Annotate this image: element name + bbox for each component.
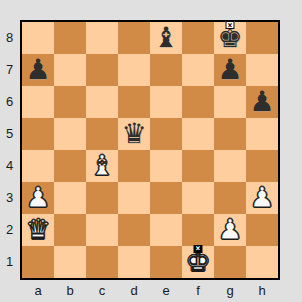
square-g7[interactable]: ♟ [214,54,246,86]
square-c1[interactable] [86,246,118,278]
file-label-a: a [22,282,54,300]
square-g8[interactable]: ♚× [214,22,246,54]
square-e2[interactable] [150,214,182,246]
rank-label-2: 2 [0,214,19,246]
square-b5[interactable] [54,118,86,150]
square-c2[interactable] [86,214,118,246]
rank-label-4: 4 [0,150,19,182]
square-f4[interactable] [182,150,214,182]
piece-white-bishop[interactable]: ♝ [89,152,114,180]
square-b2[interactable] [54,214,86,246]
square-d7[interactable] [118,54,150,86]
square-b1[interactable] [54,246,86,278]
square-f8[interactable] [182,22,214,54]
square-b3[interactable] [54,182,86,214]
rank-label-3: 3 [0,182,19,214]
square-c8[interactable] [86,22,118,54]
square-f5[interactable] [182,118,214,150]
square-f3[interactable] [182,182,214,214]
rank-label-7: 7 [0,54,19,86]
file-label-d: d [118,282,150,300]
piece-black-bishop[interactable]: ♝ [153,24,178,52]
file-label-b: b [54,282,86,300]
square-a5[interactable] [22,118,54,150]
square-b8[interactable] [54,22,86,54]
square-e7[interactable] [150,54,182,86]
square-a7[interactable]: ♟ [22,54,54,86]
square-h8[interactable] [246,22,278,54]
square-g1[interactable] [214,246,246,278]
square-e3[interactable] [150,182,182,214]
square-g5[interactable] [214,118,246,150]
file-label-e: e [150,282,182,300]
square-b6[interactable] [54,86,86,118]
square-h1[interactable] [246,246,278,278]
king-flag-icon: × [226,21,235,29]
square-f1[interactable]: ♚× [182,246,214,278]
king-flag-icon: × [194,245,203,253]
square-g2[interactable]: ♟ [214,214,246,246]
piece-white-pawn[interactable]: ♟ [249,184,274,212]
square-d1[interactable] [118,246,150,278]
square-e6[interactable] [150,86,182,118]
piece-white-pawn[interactable]: ♟ [217,216,242,244]
square-c4[interactable]: ♝ [86,150,118,182]
square-a4[interactable] [22,150,54,182]
square-d5[interactable]: ♛ [118,118,150,150]
square-h7[interactable] [246,54,278,86]
file-label-h: h [246,282,278,300]
square-d3[interactable] [118,182,150,214]
square-h2[interactable] [246,214,278,246]
piece-black-pawn[interactable]: ♟ [217,56,242,84]
square-d8[interactable] [118,22,150,54]
chess-diagram: ♝♚×♟♟♟♛♝♟♟♛♟♚× 87654321abcdefgh [0,0,302,302]
square-c3[interactable] [86,182,118,214]
piece-black-pawn[interactable]: ♟ [249,88,274,116]
chess-board: ♝♚×♟♟♟♛♝♟♟♛♟♚× [20,20,280,280]
square-d4[interactable] [118,150,150,182]
square-c7[interactable] [86,54,118,86]
square-h5[interactable] [246,118,278,150]
square-d2[interactable] [118,214,150,246]
rank-label-8: 8 [0,22,19,54]
square-f6[interactable] [182,86,214,118]
file-label-c: c [86,282,118,300]
square-e8[interactable]: ♝ [150,22,182,54]
square-h6[interactable]: ♟ [246,86,278,118]
square-g4[interactable] [214,150,246,182]
piece-white-pawn[interactable]: ♟ [25,184,50,212]
square-e1[interactable] [150,246,182,278]
file-label-f: f [182,282,214,300]
square-g3[interactable] [214,182,246,214]
square-a3[interactable]: ♟ [22,182,54,214]
square-e4[interactable] [150,150,182,182]
square-a2[interactable]: ♛ [22,214,54,246]
square-a8[interactable] [22,22,54,54]
square-h3[interactable]: ♟ [246,182,278,214]
square-g6[interactable] [214,86,246,118]
file-label-g: g [214,282,246,300]
square-e5[interactable] [150,118,182,150]
square-b4[interactable] [54,150,86,182]
square-b7[interactable] [54,54,86,86]
square-h4[interactable] [246,150,278,182]
square-a6[interactable] [22,86,54,118]
piece-white-queen[interactable]: ♛ [25,216,50,244]
square-c5[interactable] [86,118,118,150]
square-f7[interactable] [182,54,214,86]
square-a1[interactable] [22,246,54,278]
piece-black-queen[interactable]: ♛ [121,120,146,148]
rank-label-6: 6 [0,86,19,118]
square-c6[interactable] [86,86,118,118]
square-d6[interactable] [118,86,150,118]
rank-label-5: 5 [0,118,19,150]
square-f2[interactable] [182,214,214,246]
rank-label-1: 1 [0,246,19,278]
piece-black-pawn[interactable]: ♟ [25,56,50,84]
